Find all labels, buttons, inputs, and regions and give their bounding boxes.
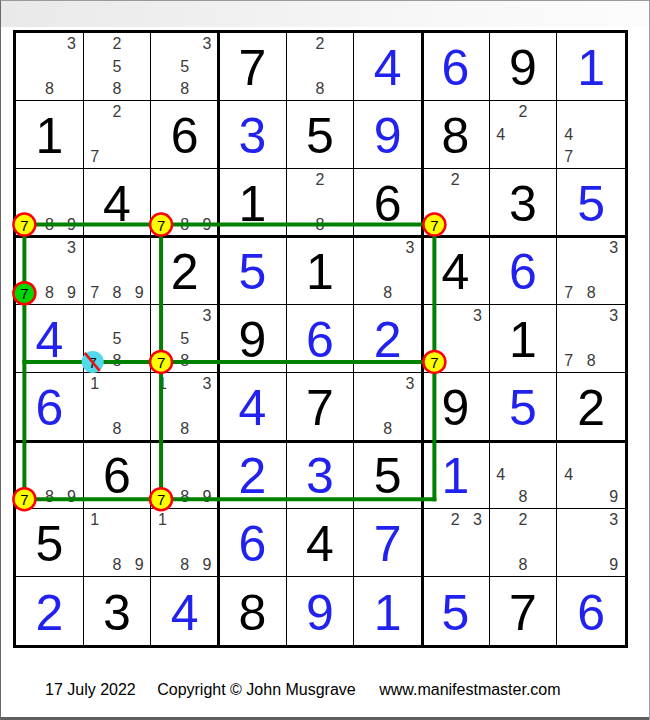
given-digit: 9: [490, 33, 557, 100]
candidate-digit: 7: [564, 149, 573, 165]
cell-r1c5[interactable]: 28: [287, 33, 355, 101]
cell-r9c5[interactable]: 9: [287, 577, 355, 645]
solved-digit: 1: [422, 441, 489, 508]
cell-r4c9[interactable]: 378: [557, 237, 625, 305]
cell-r2c3[interactable]: 6: [151, 101, 219, 169]
given-digit: 7: [287, 373, 354, 440]
given-digit: 6: [84, 441, 151, 508]
cell-r7c8[interactable]: 48: [490, 441, 558, 509]
solved-digit: 4: [151, 577, 218, 645]
cell-r4c2[interactable]: 789: [84, 237, 152, 305]
candidate-digit: 7: [90, 149, 99, 165]
cell-r3c8[interactable]: 3: [490, 169, 558, 237]
candidate-digit: 4: [496, 467, 505, 483]
given-digit: 4: [84, 169, 151, 236]
cell-r6c6[interactable]: 38: [354, 373, 422, 441]
candidate-digit: 8: [519, 557, 528, 573]
cell-r8c1[interactable]: 5: [16, 509, 84, 577]
candidate-digit: 7: [564, 353, 573, 369]
solved-digit: 9: [354, 101, 421, 168]
cell-r3c7[interactable]: 2: [422, 169, 490, 237]
candidate-digit: 2: [451, 172, 460, 188]
candidate-digit: 9: [67, 285, 76, 301]
candidate-digit: 4: [564, 127, 573, 143]
cell-r6c1[interactable]: 6: [16, 373, 84, 441]
candidate-digit: 8: [180, 353, 189, 369]
solved-digit: 4: [16, 305, 83, 372]
candidate-digit: 3: [405, 240, 414, 256]
cell-r6c4[interactable]: 4: [219, 373, 287, 441]
solved-digit: 6: [422, 33, 489, 100]
cell-r8c7[interactable]: 23: [422, 509, 490, 577]
candidate-digit: 2: [519, 512, 528, 528]
candidate-digit: 2: [316, 36, 325, 52]
solved-digit: 4: [219, 373, 286, 440]
window-top-strip: [1, 1, 649, 27]
cell-r8c6[interactable]: 7: [354, 509, 422, 577]
cell-r1c1[interactable]: 38: [16, 33, 84, 101]
candidate-digit: 8: [113, 285, 122, 301]
cell-r3c3[interactable]: 89: [151, 169, 219, 237]
candidate-digit: 9: [609, 489, 618, 505]
candidate-digit: 9: [67, 489, 76, 505]
cell-r8c2[interactable]: 189: [84, 509, 152, 577]
cell-r4c6[interactable]: 38: [354, 237, 422, 305]
solved-digit: 2: [16, 577, 83, 645]
cell-r5c8[interactable]: 1: [490, 305, 558, 373]
given-digit: 9: [219, 305, 286, 372]
given-digit: 2: [557, 373, 625, 440]
cell-r7c1[interactable]: 89: [16, 441, 84, 509]
cell-r9c8[interactable]: 7: [490, 577, 558, 645]
cell-r2c5[interactable]: 5: [287, 101, 355, 169]
candidate-digit: 5: [180, 331, 189, 347]
cell-r5c3[interactable]: 358: [151, 305, 219, 373]
cell-r6c2[interactable]: 18: [84, 373, 152, 441]
cell-r2c1[interactable]: 1: [16, 101, 84, 169]
solved-digit: 4: [354, 33, 421, 100]
candidate-digit: 8: [45, 489, 54, 505]
footer: 17 July 2022 Copyright © John Musgrave w…: [45, 681, 561, 699]
candidate-digit: 8: [113, 421, 122, 437]
cell-r9c2[interactable]: 3: [84, 577, 152, 645]
cell-r4c4[interactable]: 5: [219, 237, 287, 305]
cell-r4c7[interactable]: 4: [422, 237, 490, 305]
given-digit: 2: [151, 237, 218, 304]
cell-r5c7[interactable]: 3: [422, 305, 490, 373]
candidate-digit: 8: [113, 353, 122, 369]
candidate-digit: 9: [609, 557, 618, 573]
cell-r6c3[interactable]: 138: [151, 373, 219, 441]
cell-r5c4[interactable]: 9: [219, 305, 287, 373]
candidate-digit: 8: [587, 285, 596, 301]
candidate-digit: 3: [67, 36, 76, 52]
solved-digit: 1: [354, 577, 421, 645]
candidate-digit: 3: [473, 512, 482, 528]
candidate-digit: 8: [316, 81, 325, 97]
page: 3825835872846911276359824478948912862353…: [0, 0, 650, 720]
cell-r7c9[interactable]: 49: [557, 441, 625, 509]
given-digit: 7: [490, 577, 557, 645]
cell-r8c9[interactable]: 39: [557, 509, 625, 577]
cell-r9c1[interactable]: 2: [16, 577, 84, 645]
solved-digit: 1: [557, 33, 625, 100]
solved-digit: 6: [557, 577, 625, 645]
candidate-digit: 3: [202, 376, 211, 392]
cell-r1c2[interactable]: 258: [84, 33, 152, 101]
cell-r2c2[interactable]: 27: [84, 101, 152, 169]
candidate-digit: 8: [180, 217, 189, 233]
cell-r9c3[interactable]: 4: [151, 577, 219, 645]
candidate-digit: 5: [113, 331, 122, 347]
cell-r9c6[interactable]: 1: [354, 577, 422, 645]
given-digit: 8: [219, 577, 286, 645]
cell-r4c1[interactable]: 389: [16, 237, 84, 305]
footer-date: 17 July 2022: [45, 681, 136, 698]
cell-r4c3[interactable]: 2: [151, 237, 219, 305]
given-digit: 5: [354, 441, 421, 508]
given-digit: 1: [219, 169, 286, 236]
candidate-digit: 9: [67, 217, 76, 233]
solved-digit: 2: [354, 305, 421, 372]
candidate-digit: 1: [90, 376, 99, 392]
given-digit: 3: [490, 169, 557, 236]
given-digit: 6: [151, 101, 218, 168]
candidate-digit: 8: [180, 557, 189, 573]
cell-r7c4[interactable]: 2: [219, 441, 287, 509]
cell-r3c2[interactable]: 4: [84, 169, 152, 237]
cell-r1c6[interactable]: 4: [354, 33, 422, 101]
candidate-digit: 9: [202, 489, 211, 505]
candidate-digit: 8: [45, 81, 54, 97]
cell-r3c5[interactable]: 28: [287, 169, 355, 237]
cell-r8c3[interactable]: 189: [151, 509, 219, 577]
given-digit: 1: [16, 101, 83, 168]
solved-digit: 5: [490, 373, 557, 440]
candidate-digit: 3: [609, 308, 618, 324]
given-digit: 9: [422, 373, 489, 440]
candidate-digit: 8: [587, 353, 596, 369]
cell-r3c4[interactable]: 1: [219, 169, 287, 237]
candidate-digit: 9: [135, 285, 144, 301]
candidate-digit: 5: [180, 59, 189, 75]
given-digit: 5: [16, 509, 83, 576]
box-separator-line: [217, 33, 220, 645]
given-digit: 8: [422, 101, 489, 168]
sudoku-board: 3825835872846911276359824478948912862353…: [13, 30, 628, 648]
candidate-digit: 3: [202, 308, 211, 324]
footer-copyright: Copyright © John Musgrave: [157, 681, 356, 698]
cell-r3c1[interactable]: 89: [16, 169, 84, 237]
candidate-digit: 9: [202, 217, 211, 233]
candidate-digit: 2: [113, 36, 122, 52]
box-separator-line: [16, 440, 625, 443]
cell-r5c2[interactable]: 58: [84, 305, 152, 373]
candidate-digit: 8: [519, 489, 528, 505]
candidate-digit: 8: [383, 285, 392, 301]
candidate-digit: 3: [202, 36, 211, 52]
cell-r4c5[interactable]: 1: [287, 237, 355, 305]
candidate-digit: 3: [609, 240, 618, 256]
cell-r6c5[interactable]: 7: [287, 373, 355, 441]
cell-r7c5[interactable]: 3: [287, 441, 355, 509]
candidate-digit: 9: [135, 557, 144, 573]
solved-digit: 6: [16, 373, 83, 440]
cell-r2c7[interactable]: 8: [422, 101, 490, 169]
cell-r2c4[interactable]: 3: [219, 101, 287, 169]
cell-r6c7[interactable]: 9: [422, 373, 490, 441]
candidate-digit: 1: [90, 512, 99, 528]
cell-r4c8[interactable]: 6: [490, 237, 558, 305]
candidate-digit: 4: [564, 467, 573, 483]
candidate-digit: 8: [383, 421, 392, 437]
cell-r5c1[interactable]: 4: [16, 305, 84, 373]
cell-r2c6[interactable]: 9: [354, 101, 422, 169]
given-digit: 4: [422, 237, 489, 304]
cell-r7c2[interactable]: 6: [84, 441, 152, 509]
cell-r2c9[interactable]: 47: [557, 101, 625, 169]
cell-r6c9[interactable]: 2: [557, 373, 625, 441]
solved-digit: 3: [287, 441, 354, 508]
cell-r1c7[interactable]: 6: [422, 33, 490, 101]
cell-r8c5[interactable]: 4: [287, 509, 355, 577]
candidate-digit: 2: [316, 172, 325, 188]
solved-digit: 5: [219, 237, 286, 304]
candidate-digit: 2: [519, 104, 528, 120]
candidate-digit: 3: [405, 376, 414, 392]
given-digit: 1: [490, 305, 557, 372]
cell-r5c6[interactable]: 2: [354, 305, 422, 373]
cell-r6c8[interactable]: 5: [490, 373, 558, 441]
solved-digit: 2: [219, 441, 286, 508]
cell-r8c8[interactable]: 28: [490, 509, 558, 577]
solved-digit: 7: [354, 509, 421, 576]
given-digit: 7: [219, 33, 286, 100]
candidate-digit: 8: [180, 81, 189, 97]
given-digit: 6: [354, 169, 421, 236]
cell-r7c7[interactable]: 1: [422, 441, 490, 509]
candidate-digit: 2: [113, 104, 122, 120]
solved-digit: 5: [557, 169, 625, 236]
candidate-digit: 2: [451, 512, 460, 528]
cell-r5c5[interactable]: 6: [287, 305, 355, 373]
cell-r7c6[interactable]: 5: [354, 441, 422, 509]
cell-r1c3[interactable]: 358: [151, 33, 219, 101]
solved-digit: 5: [422, 577, 489, 645]
given-digit: 5: [287, 101, 354, 168]
cell-r9c7[interactable]: 5: [422, 577, 490, 645]
candidate-digit: 1: [158, 376, 167, 392]
given-digit: 4: [287, 509, 354, 576]
candidate-digit: 5: [113, 59, 122, 75]
cell-r2c8[interactable]: 24: [490, 101, 558, 169]
candidate-digit: 7: [90, 285, 99, 301]
solved-digit: 6: [287, 305, 354, 372]
candidate-digit: 8: [180, 489, 189, 505]
cell-r1c9[interactable]: 1: [557, 33, 625, 101]
cell-r3c6[interactable]: 6: [354, 169, 422, 237]
cell-r8c4[interactable]: 6: [219, 509, 287, 577]
solved-digit: 9: [287, 577, 354, 645]
cell-r3c9[interactable]: 5: [557, 169, 625, 237]
solved-digit: 6: [219, 509, 286, 576]
candidate-digit: 1: [158, 512, 167, 528]
candidate-digit: 8: [113, 81, 122, 97]
candidate-digit: 3: [473, 308, 482, 324]
candidate-digit: 8: [45, 217, 54, 233]
solved-digit: 6: [490, 237, 557, 304]
candidate-digit: 8: [45, 285, 54, 301]
candidate-digit: 3: [609, 512, 618, 528]
given-digit: 3: [84, 577, 151, 645]
candidate-digit: 3: [67, 240, 76, 256]
candidate-digit: 9: [202, 557, 211, 573]
candidate-digit: 8: [113, 557, 122, 573]
footer-website[interactable]: www.manifestmaster.com: [379, 681, 560, 698]
box-separator-line: [421, 33, 424, 645]
cell-r9c4[interactable]: 8: [219, 577, 287, 645]
cell-r1c8[interactable]: 9: [490, 33, 558, 101]
solved-digit: 3: [219, 101, 286, 168]
cell-r9c9[interactable]: 6: [557, 577, 625, 645]
candidate-digit: 7: [564, 285, 573, 301]
box-separator-line: [16, 235, 625, 238]
candidate-digit: 8: [316, 217, 325, 233]
cell-r1c4[interactable]: 7: [219, 33, 287, 101]
cell-r7c3[interactable]: 89: [151, 441, 219, 509]
candidate-digit: 8: [180, 421, 189, 437]
cell-r5c9[interactable]: 378: [557, 305, 625, 373]
given-digit: 1: [287, 237, 354, 304]
candidate-digit: 4: [496, 127, 505, 143]
